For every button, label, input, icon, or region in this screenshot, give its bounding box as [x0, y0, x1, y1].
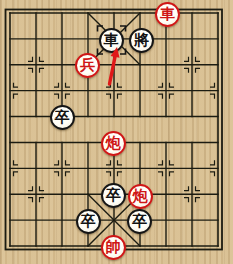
piece-black-soldier-c[interactable]: 卒 [76, 209, 101, 234]
piece-black-soldier-a[interactable]: 卒 [50, 105, 75, 130]
piece-black-soldier-d[interactable]: 卒 [127, 209, 152, 234]
piece-red-cannon-a[interactable]: 炮 [101, 131, 126, 156]
piece-red-chariot[interactable]: 車 [155, 2, 180, 27]
xiangqi-app: 車車將兵卒炮卒炮卒卒帥 [0, 0, 233, 264]
piece-black-general[interactable]: 將 [129, 28, 154, 53]
piece-red-cannon-b[interactable]: 炮 [128, 184, 153, 209]
xiangqi-board[interactable]: 車車將兵卒炮卒炮卒卒帥 [0, 0, 233, 264]
piece-red-soldier[interactable]: 兵 [75, 53, 100, 78]
piece-black-chariot[interactable]: 車 [99, 28, 124, 53]
piece-black-soldier-b[interactable]: 卒 [101, 183, 126, 208]
piece-layer: 車車將兵卒炮卒炮卒卒帥 [0, 0, 233, 264]
piece-red-general[interactable]: 帥 [101, 235, 126, 260]
